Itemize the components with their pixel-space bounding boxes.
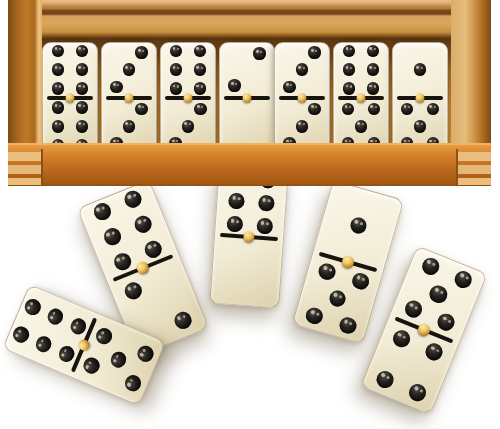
pip (256, 218, 273, 235)
pip (283, 81, 296, 94)
pip (52, 45, 65, 58)
pip (76, 120, 89, 133)
domino-1-5[interactable] (392, 42, 448, 154)
pip (350, 271, 371, 292)
pip (76, 63, 89, 76)
pip (308, 46, 321, 59)
pip (374, 368, 396, 390)
pip (45, 306, 66, 327)
pip (367, 45, 380, 58)
pip (308, 103, 321, 116)
pip (342, 103, 355, 116)
pip (304, 306, 325, 327)
pip (414, 120, 427, 133)
pip (337, 315, 358, 336)
domino-6-0[interactable] (209, 166, 288, 309)
pip (390, 328, 412, 350)
box-left-wall (8, 0, 42, 146)
pip (420, 255, 442, 277)
pip (407, 382, 429, 404)
dominoes-scene (0, 0, 500, 429)
pip (228, 193, 245, 210)
pip (170, 63, 183, 76)
pip (296, 63, 309, 76)
pip (402, 298, 424, 320)
pip (343, 45, 356, 58)
half-top (275, 43, 329, 96)
pip (10, 324, 31, 345)
half-top (43, 43, 97, 96)
domino-2-0[interactable] (219, 42, 275, 154)
pip (296, 120, 309, 133)
half-bottom (210, 237, 282, 308)
pip (22, 297, 43, 318)
pip (348, 215, 369, 236)
domino-3-3[interactable] (274, 42, 330, 154)
pip (81, 355, 102, 376)
domino-3-3[interactable] (101, 42, 157, 154)
pip (76, 45, 89, 58)
pip (228, 79, 241, 92)
pip (52, 120, 65, 133)
pip (170, 45, 183, 58)
pip (343, 82, 356, 95)
domino-6-3[interactable] (160, 42, 216, 154)
pip (367, 82, 380, 95)
pip (194, 82, 207, 95)
box-right-wall (451, 0, 491, 146)
domino-6-6[interactable] (42, 42, 98, 154)
pip (123, 373, 144, 394)
pip (317, 261, 338, 282)
half-top (161, 43, 215, 96)
half-top (102, 43, 156, 96)
pip (135, 103, 148, 116)
pip (258, 195, 275, 212)
pip (368, 103, 381, 116)
wooden-domino-box (8, 0, 491, 186)
pip (194, 45, 207, 58)
pip (123, 63, 136, 76)
pip (172, 309, 195, 332)
pip (194, 103, 207, 116)
pip (135, 343, 156, 364)
pip (194, 63, 207, 76)
pip (182, 120, 195, 133)
pip (123, 120, 136, 133)
pip (52, 82, 65, 95)
pip (414, 63, 427, 76)
half-top (220, 43, 274, 96)
pip (367, 63, 380, 76)
pip (355, 120, 368, 133)
pip (401, 103, 414, 116)
pip (52, 101, 65, 114)
pip (132, 213, 155, 236)
pip (427, 283, 449, 305)
pip (101, 225, 124, 248)
pip (435, 311, 457, 333)
pip (122, 279, 145, 302)
pip (94, 325, 115, 346)
pip (33, 334, 54, 355)
pip (170, 82, 183, 95)
box-front-rail (8, 143, 491, 186)
pip (76, 82, 89, 95)
pip (343, 63, 356, 76)
pip (135, 46, 148, 59)
pip (327, 288, 348, 309)
half-top (334, 43, 388, 96)
finger-joint-right (456, 149, 491, 186)
pip (122, 188, 145, 211)
pip (423, 341, 445, 363)
finger-joint-left (8, 149, 43, 186)
pip (226, 216, 243, 233)
domino-6-5[interactable] (333, 42, 389, 154)
pip (253, 47, 266, 60)
pip (108, 349, 129, 370)
pip (427, 103, 440, 116)
pip (91, 200, 114, 223)
half-top (393, 43, 447, 96)
pip (110, 81, 123, 94)
pip (76, 101, 89, 114)
pip (453, 268, 475, 290)
pip (52, 63, 65, 76)
